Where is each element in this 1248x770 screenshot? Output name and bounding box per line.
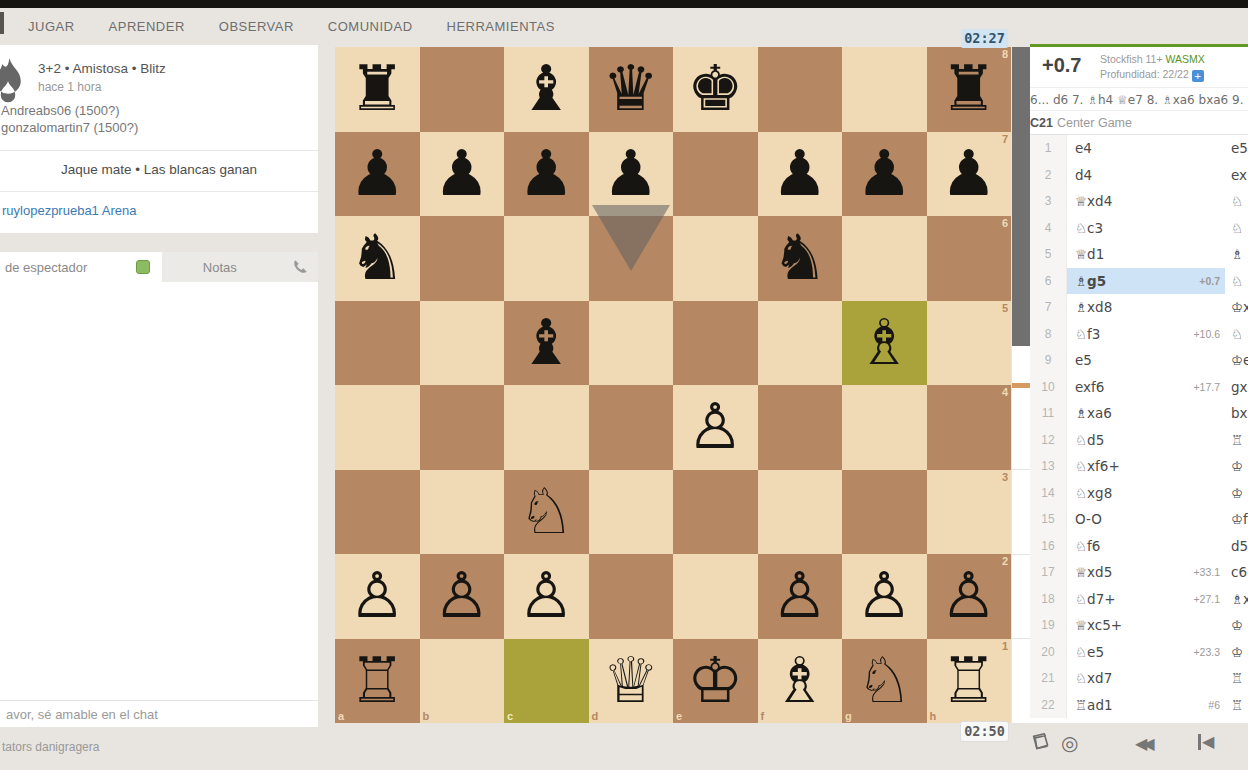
move-san: ♘c3 (1075, 220, 1103, 236)
move-white-22[interactable]: ♖ad1#6 (1067, 692, 1225, 719)
engine-tech: WASMX (1165, 53, 1204, 65)
player-white[interactable]: Andreabs06 (1500?) (1, 103, 120, 118)
nav-item-comunidad[interactable]: COMUNIDAD (328, 19, 413, 34)
move-number: 1 (1030, 135, 1067, 162)
deeper-button[interactable]: + (1192, 70, 1204, 82)
move-number: 3 (1030, 188, 1067, 215)
piece-bn-a6: ♞ (335, 216, 420, 301)
top-black-bar (0, 0, 1248, 8)
opening-book-icon[interactable] (1031, 733, 1051, 751)
move-row-9: 9e5♔e (1030, 347, 1248, 374)
move-black-6[interactable]: ♘ (1225, 268, 1248, 295)
square-f4[interactable] (758, 385, 843, 470)
square-g4[interactable] (842, 385, 927, 470)
eval-gauge-black-share (1012, 47, 1030, 346)
coord-rank-6: 6 (1002, 217, 1008, 229)
gauge-zero-mark (1012, 383, 1030, 388)
square-f5[interactable] (758, 301, 843, 386)
move-number: 12 (1030, 427, 1067, 454)
move-san: ♘d7+ (1075, 591, 1116, 607)
square-h3[interactable]: 3 (927, 470, 1012, 555)
square-c8[interactable]: ♝ (504, 47, 589, 132)
move-san: ♘e5 (1075, 644, 1104, 660)
divider (0, 191, 318, 192)
square-d5[interactable] (589, 301, 674, 386)
move-number: 22 (1030, 692, 1067, 719)
square-g6[interactable] (842, 216, 927, 301)
nav-item-observar[interactable]: OBSERVAR (219, 19, 294, 34)
piece-bk-e8: ♚ (673, 47, 758, 132)
tournament-link[interactable]: ruylopezprueba1 Arena (2, 203, 136, 218)
piece-wp-b2: ♙ (420, 554, 505, 639)
chat-toggle-checkbox[interactable] (136, 260, 150, 274)
move-white-4[interactable]: ♘c3 (1067, 215, 1225, 242)
move-white-19[interactable]: ♕xc5+ (1067, 612, 1225, 639)
move-row-5: 5♕d1♗ (1030, 241, 1248, 268)
move-row-8: 8♘f3+10.6♘ (1030, 321, 1248, 348)
move-black-20[interactable]: ♔ (1225, 639, 1248, 666)
coord-rank-7: 7 (1002, 133, 1008, 145)
square-h2[interactable]: ♙2 (927, 554, 1012, 639)
move-white-10[interactable]: exf6+17.7 (1067, 374, 1225, 401)
move-eval: +0.7 (1199, 275, 1225, 287)
eval-gauge (1012, 47, 1030, 723)
square-c1[interactable]: c (504, 639, 589, 724)
move-number: 5 (1030, 241, 1067, 268)
square-a3[interactable] (335, 470, 420, 555)
square-h7[interactable]: ♟7 (927, 132, 1012, 217)
move-eval: +17.7 (1193, 381, 1225, 393)
square-d3[interactable] (589, 470, 674, 555)
move-number: 9 (1030, 347, 1067, 374)
coord-file-g: g (845, 710, 852, 722)
move-list: 1e4e52d4ex3♕xd4♘4♘c3♘5♕d1♗6♗g5+0.7♘7♗xd8… (1030, 135, 1248, 718)
move-white-21[interactable]: ♘xd7 (1067, 665, 1225, 692)
engine-name: Stockfish 11+ WASMX (1100, 53, 1205, 65)
move-row-7: 7♗xd8♔x (1030, 294, 1248, 321)
move-san: ♘d5 (1075, 432, 1104, 448)
move-san: ♘xf6+ (1075, 458, 1120, 474)
move-black-2[interactable]: ex (1225, 162, 1248, 189)
square-d8[interactable]: ♛ (589, 47, 674, 132)
square-e7[interactable] (673, 132, 758, 217)
move-black-16[interactable]: d5 (1225, 533, 1248, 560)
square-a1[interactable]: ♖a (335, 639, 420, 724)
clock-black: 02:27 (961, 29, 1008, 48)
move-san: ♘xd7 (1075, 670, 1112, 686)
move-black-9[interactable]: ♔e (1225, 347, 1248, 374)
square-h8[interactable]: ♜8 (927, 47, 1012, 132)
move-row-17: 17♕xd5+33.1c6 (1030, 559, 1248, 586)
opening-code: C21 (1030, 116, 1053, 130)
move-san: ♕xc5+ (1075, 617, 1122, 633)
piece-wq-d1: ♕ (589, 639, 674, 724)
move-eval: +27.1 (1193, 593, 1225, 605)
move-number: 21 (1030, 665, 1067, 692)
move-white-12[interactable]: ♘d5 (1067, 427, 1225, 454)
square-g2[interactable]: ♙ (842, 554, 927, 639)
piece-br-a8: ♜ (335, 47, 420, 132)
move-row-22: 22♖ad1#6♖ (1030, 692, 1248, 719)
move-white-8[interactable]: ♘f3+10.6 (1067, 321, 1225, 348)
jump-to-start-button[interactable]: ◀◀ (1135, 734, 1150, 753)
move-white-16[interactable]: ♘f6 (1067, 533, 1225, 560)
tab-notes-label: Notas (203, 260, 237, 275)
move-number: 2 (1030, 162, 1067, 189)
move-number: 10 (1030, 374, 1067, 401)
square-g3[interactable] (842, 470, 927, 555)
gauge-tick (1012, 638, 1030, 639)
move-white-13[interactable]: ♘xf6+ (1067, 453, 1225, 480)
square-e5[interactable] (673, 301, 758, 386)
piece-br-h8: ♜ (927, 47, 1012, 132)
piece-wr-h1: ♖ (927, 639, 1012, 724)
square-c7[interactable]: ♟ (504, 132, 589, 217)
square-c4[interactable] (504, 385, 589, 470)
coord-rank-1: 1 (1002, 640, 1008, 652)
move-number: 19 (1030, 612, 1067, 639)
move-number: 4 (1030, 215, 1067, 242)
square-h1[interactable]: ♖h1 (927, 639, 1012, 724)
move-black-21[interactable]: ♖ (1225, 665, 1248, 692)
move-row-14: 14♘xg8♔ (1030, 480, 1248, 507)
move-black-11[interactable]: bx (1225, 400, 1248, 427)
move-number: 6 (1030, 268, 1067, 295)
square-b1[interactable]: b (420, 639, 505, 724)
move-black-1[interactable]: e5 (1225, 135, 1248, 162)
move-white-17[interactable]: ♕xd5+33.1 (1067, 559, 1225, 586)
square-g8[interactable] (842, 47, 927, 132)
piece-wp-a2: ♙ (335, 554, 420, 639)
move-black-4[interactable]: ♘ (1225, 215, 1248, 242)
coord-file-h: h (930, 710, 937, 722)
move-eval: +23.3 (1193, 646, 1225, 658)
move-number: 17 (1030, 559, 1067, 586)
piece-bn-f6: ♞ (758, 216, 843, 301)
move-black-8[interactable]: ♘ (1225, 321, 1248, 348)
nav-item-herramientas[interactable]: HERRAMIENTAS (447, 19, 555, 34)
move-row-18: 18♘d7++27.1♗x (1030, 586, 1248, 613)
move-number: 16 (1030, 533, 1067, 560)
piece-wk-e1: ♔ (673, 639, 758, 724)
piece-bq-d8: ♛ (589, 47, 674, 132)
square-d7[interactable]: ♟ (589, 132, 674, 217)
square-e8[interactable]: ♚ (673, 47, 758, 132)
piece-bp-h7: ♟ (927, 132, 1012, 217)
square-b4[interactable] (420, 385, 505, 470)
move-white-2[interactable]: d4 (1067, 162, 1225, 189)
game-info-card: 3+2 • Amistosa • Blitz hace 1 hora Andre… (0, 45, 318, 233)
move-san: ♕xd5 (1075, 564, 1112, 580)
square-a6[interactable]: ♞ (335, 216, 420, 301)
move-eval: +10.6 (1193, 328, 1225, 340)
coord-file-a: a (338, 710, 344, 722)
square-h4[interactable]: 4 (927, 385, 1012, 470)
move-eval: +33.1 (1193, 566, 1225, 578)
coord-rank-5: 5 (1002, 302, 1008, 314)
site-logo (0, 12, 4, 34)
game-mode-label: 3+2 • Amistosa • Blitz (38, 61, 166, 76)
move-white-7[interactable]: ♗xd8 (1067, 294, 1225, 321)
player-black[interactable]: gonzalomartin7 (1500?) (1, 120, 138, 135)
main-nav: JUGAR APRENDER OBSERVAR COMUNIDAD HERRAM… (28, 8, 555, 44)
square-e6[interactable] (673, 216, 758, 301)
square-a4[interactable] (335, 385, 420, 470)
spectators-list: tators danigragera (2, 740, 99, 754)
move-white-11[interactable]: ♗xa6 (1067, 400, 1225, 427)
square-f7[interactable]: ♟ (758, 132, 843, 217)
move-white-5[interactable]: ♕d1 (1067, 241, 1225, 268)
move-black-13[interactable]: ♔ (1225, 453, 1248, 480)
move-white-9[interactable]: e5 (1067, 347, 1225, 374)
piece-wp-f2: ♙ (758, 554, 843, 639)
chat-input-row (0, 700, 318, 727)
square-c2[interactable]: ♙ (504, 554, 589, 639)
piece-bb-c5: ♝ (504, 301, 589, 386)
move-white-3[interactable]: ♕xd4 (1067, 188, 1225, 215)
piece-wr-a1: ♖ (335, 639, 420, 724)
move-row-6: 6♗g5+0.7♘ (1030, 268, 1248, 295)
move-san: ♕xd4 (1075, 193, 1112, 209)
move-black-14[interactable]: ♔ (1225, 480, 1248, 507)
square-b8[interactable] (420, 47, 505, 132)
tab-spectator-room[interactable]: de espectador (0, 252, 162, 282)
move-black-22[interactable]: ♖ (1225, 692, 1248, 719)
piece-wn-c3: ♘ (504, 470, 589, 555)
move-san: e5 (1075, 352, 1092, 368)
move-row-11: 11♗xa6bx (1030, 400, 1248, 427)
square-b2[interactable]: ♙ (420, 554, 505, 639)
opening-row: C21Center Game (1030, 111, 1248, 135)
move-san: d4 (1075, 167, 1092, 183)
move-white-15[interactable]: O-O (1067, 506, 1225, 533)
square-c5[interactable]: ♝ (504, 301, 589, 386)
square-f2[interactable]: ♙ (758, 554, 843, 639)
chess-board: ♜♝♛♚♜8♟♟♟♟♟♟♟7♞♞6♝♗5♙4♘3♙♙♙♙♙♙2♖abc♕d♔e♗… (335, 47, 1011, 723)
move-row-10: 10exf6+17.7gx (1030, 374, 1248, 401)
move-san: ♗xd8 (1075, 299, 1112, 315)
piece-wp-c2: ♙ (504, 554, 589, 639)
coord-rank-3: 3 (1002, 471, 1008, 483)
chat-messages (0, 282, 318, 700)
square-h5[interactable]: 5 (927, 301, 1012, 386)
square-f6[interactable]: ♞ (758, 216, 843, 301)
square-a8[interactable]: ♜ (335, 47, 420, 132)
move-number: 7 (1030, 294, 1067, 321)
move-black-7[interactable]: ♔x (1225, 294, 1248, 321)
tab-spectator-label: de espectador (5, 260, 87, 275)
move-row-13: 13♘xf6+♔ (1030, 453, 1248, 480)
piece-bp-g7: ♟ (842, 132, 927, 217)
square-d4[interactable] (589, 385, 674, 470)
game-result: Jaque mate • Las blancas ganan (0, 162, 318, 177)
gauge-tick (1012, 469, 1030, 470)
square-f3[interactable] (758, 470, 843, 555)
square-b5[interactable] (420, 301, 505, 386)
coord-file-c: c (507, 710, 513, 722)
blitz-icon (0, 58, 25, 104)
piece-bp-b7: ♟ (420, 132, 505, 217)
eval-score: +0.7 (1042, 54, 1081, 77)
move-white-18[interactable]: ♘d7++27.1 (1067, 586, 1225, 613)
move-row-12: 12♘d5♖ (1030, 427, 1248, 454)
move-number: 14 (1030, 480, 1067, 507)
square-d1[interactable]: ♕d (589, 639, 674, 724)
engine-depth: Profundidad: 22/22+ (1100, 68, 1204, 82)
move-number: 18 (1030, 586, 1067, 613)
coord-rank-2: 2 (1002, 555, 1008, 567)
move-black-10[interactable]: gx (1225, 374, 1248, 401)
analysis-panel: +0.7 Stockfish 11+ WASMX Profundidad: 22… (1030, 44, 1248, 723)
coord-rank-8: 8 (1002, 48, 1008, 60)
piece-wn-g1: ♘ (842, 639, 927, 724)
square-e2[interactable] (673, 554, 758, 639)
move-black-5[interactable]: ♗ (1225, 241, 1248, 268)
move-san: ♘f6 (1075, 538, 1100, 554)
move-san: ♗g5 (1075, 273, 1106, 289)
square-f8[interactable] (758, 47, 843, 132)
move-san: ♕d1 (1075, 246, 1104, 262)
tab-notes[interactable]: Notas (162, 252, 319, 282)
move-black-18[interactable]: ♗x (1225, 586, 1248, 613)
move-san: exf6 (1075, 379, 1104, 395)
move-number: 20 (1030, 639, 1067, 666)
move-row-2: 2d4ex (1030, 162, 1248, 189)
square-g7[interactable]: ♟ (842, 132, 927, 217)
engine-name-text: Stockfish 11+ (1100, 53, 1163, 65)
piece-wp-e4: ♙ (673, 385, 758, 470)
engine-header: +0.7 Stockfish 11+ WASMX Profundidad: 22… (1030, 47, 1248, 87)
move-row-15: 15O-O♔f (1030, 506, 1248, 533)
square-c6[interactable] (504, 216, 589, 301)
square-g1[interactable]: ♘g (842, 639, 927, 724)
coord-file-f: f (761, 710, 765, 722)
chat-input[interactable] (0, 701, 318, 727)
move-row-19: 19♕xc5+♔ (1030, 612, 1248, 639)
square-b3[interactable] (420, 470, 505, 555)
piece-wp-g2: ♙ (842, 554, 927, 639)
move-row-16: 16♘f6d5 (1030, 533, 1248, 560)
piece-bp-a7: ♟ (335, 132, 420, 217)
move-san: ♗xa6 (1075, 405, 1112, 421)
piece-bp-d7: ♟ (589, 132, 674, 217)
coord-rank-4: 4 (1002, 386, 1008, 398)
piece-wb-f1: ♗ (758, 639, 843, 724)
square-f1[interactable]: ♗f (758, 639, 843, 724)
piece-bp-c7: ♟ (504, 132, 589, 217)
divider (0, 150, 318, 151)
square-e1[interactable]: ♔e (673, 639, 758, 724)
square-g5[interactable]: ♗ (842, 301, 927, 386)
move-row-1: 1e4e5 (1030, 135, 1248, 162)
engine-best-line[interactable]: 6... d6 7. ♗h4 ♕e7 8. ♗xa6 bxa6 9. ♘ge2 (1030, 87, 1248, 111)
square-b6[interactable] (420, 216, 505, 301)
clock-white: 02:50 (961, 722, 1008, 741)
move-san: ♖ad1 (1075, 697, 1113, 713)
piece-bb-c8: ♝ (504, 47, 589, 132)
move-white-1[interactable]: e4 (1067, 135, 1225, 162)
move-black-15[interactable]: ♔f (1225, 506, 1248, 533)
move-eval: #6 (1208, 699, 1225, 711)
piece-wp-h2: ♙ (927, 554, 1012, 639)
move-san: ♘xg8 (1075, 485, 1112, 501)
nav-item-jugar[interactable]: JUGAR (28, 19, 75, 34)
move-black-12[interactable]: ♖ (1225, 427, 1248, 454)
move-row-21: 21♘xd7♖ (1030, 665, 1248, 692)
move-black-19[interactable]: ♔ (1225, 612, 1248, 639)
move-black-17[interactable]: c6 (1225, 559, 1248, 586)
move-number: 8 (1030, 321, 1067, 348)
square-e3[interactable] (673, 470, 758, 555)
move-row-4: 4♘c3♘ (1030, 215, 1248, 242)
move-white-6[interactable]: ♗g5+0.7 (1067, 268, 1225, 295)
coord-file-b: b (423, 710, 430, 722)
chat-tab-bar: de espectador Notas (0, 252, 318, 282)
move-san: O-O (1075, 511, 1102, 527)
phone-icon[interactable] (292, 259, 308, 275)
move-white-20[interactable]: ♘e5+23.3 (1067, 639, 1225, 666)
move-number: 11 (1030, 400, 1067, 427)
depth-label: Profundidad: 22/22 (1100, 68, 1189, 80)
move-black-3[interactable]: ♘ (1225, 188, 1248, 215)
square-b7[interactable]: ♟ (420, 132, 505, 217)
move-row-3: 3♕xd4♘ (1030, 188, 1248, 215)
game-time-ago: hace 1 hora (38, 80, 101, 94)
move-white-14[interactable]: ♘xg8 (1067, 480, 1225, 507)
coord-file-d: d (592, 710, 599, 722)
piece-bp-f7: ♟ (758, 132, 843, 217)
square-d2[interactable] (589, 554, 674, 639)
square-c3[interactable]: ♘ (504, 470, 589, 555)
practice-target-icon[interactable]: ◎ (1061, 731, 1078, 755)
square-e4[interactable]: ♙ (673, 385, 758, 470)
square-d6[interactable] (589, 216, 674, 301)
move-number: 15 (1030, 506, 1067, 533)
square-a2[interactable]: ♙ (335, 554, 420, 639)
square-a7[interactable]: ♟ (335, 132, 420, 217)
move-san: e4 (1075, 140, 1092, 156)
nav-item-aprender[interactable]: APRENDER (109, 19, 185, 34)
piece-wb-g5: ♗ (842, 301, 927, 386)
move-row-20: 20♘e5+23.3♔ (1030, 639, 1248, 666)
move-san: ♘f3 (1075, 326, 1100, 342)
gauge-tick (1012, 554, 1030, 555)
move-number: 13 (1030, 453, 1067, 480)
square-a5[interactable] (335, 301, 420, 386)
square-h6[interactable]: 6 (927, 216, 1012, 301)
step-back-button[interactable]: ◀ (1198, 734, 1214, 750)
opening-name: Center Game (1057, 116, 1132, 130)
coord-file-e: e (676, 710, 682, 722)
